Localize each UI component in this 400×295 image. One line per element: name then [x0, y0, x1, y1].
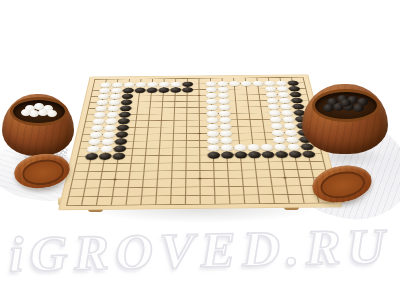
- go-stone-white: [110, 88, 122, 93]
- go-stone-white: [233, 144, 246, 151]
- go-stone-white: [280, 110, 293, 116]
- go-stone-black: [220, 151, 233, 158]
- go-stone-black: [122, 88, 134, 93]
- go-stone-black: [289, 92, 301, 98]
- go-stone-white: [282, 116, 295, 122]
- go-stone-white: [86, 145, 100, 152]
- go-stone-white: [206, 104, 218, 110]
- go-stone-white: [264, 86, 276, 91]
- go-stone-black: [261, 151, 274, 158]
- go-stone-white: [220, 137, 233, 144]
- go-stone-black: [288, 151, 302, 158]
- go-stone-white: [99, 82, 111, 87]
- white-stone-in-bowl: [47, 110, 57, 117]
- go-stone-black: [120, 99, 132, 105]
- go-stone-white: [87, 138, 100, 145]
- go-stone-black: [182, 87, 193, 92]
- go-stone-white: [158, 82, 169, 87]
- go-stone-black: [112, 152, 126, 159]
- go-stone-white: [217, 92, 228, 98]
- go-stone-white: [220, 144, 233, 151]
- go-stone-white: [219, 117, 231, 123]
- go-stone-white: [106, 112, 119, 118]
- go-stone-white: [218, 98, 230, 104]
- go-stone-white: [123, 82, 135, 87]
- hoshi-point: [198, 95, 201, 96]
- go-stone-white: [97, 94, 109, 100]
- go-stone-white: [206, 111, 218, 117]
- go-stone-black: [288, 86, 300, 91]
- go-stone-white: [286, 143, 300, 150]
- go-stone-white: [217, 87, 228, 92]
- black-stone-in-bowl: [340, 99, 351, 107]
- go-stone-black: [134, 87, 146, 92]
- go-stone-white: [108, 99, 120, 105]
- go-stone-white: [270, 123, 283, 129]
- go-stone-black: [287, 80, 299, 85]
- go-stone-white: [96, 99, 108, 105]
- go-stone-white: [268, 110, 280, 116]
- go-stone-white: [101, 138, 114, 145]
- go-stone-black: [207, 151, 220, 158]
- black-stone-bowl-opening: [312, 89, 380, 122]
- go-stone-black: [158, 87, 169, 92]
- go-stone-white: [219, 123, 231, 129]
- black-stone-bowl: [302, 84, 388, 154]
- go-stone-white: [229, 81, 240, 86]
- go-stone-white: [283, 123, 296, 129]
- go-stone-white: [271, 129, 284, 135]
- go-stone-black: [119, 105, 131, 111]
- go-stone-black: [182, 81, 193, 86]
- go-stone-black: [290, 97, 302, 103]
- go-stone-black: [146, 87, 157, 92]
- go-stone-white: [269, 116, 282, 122]
- go-stone-white: [219, 130, 231, 136]
- go-stone-white: [218, 104, 230, 110]
- white-stone-bowl: [2, 94, 74, 156]
- go-stone-white: [267, 104, 279, 110]
- go-stone-white: [247, 144, 260, 151]
- go-stone-white: [206, 98, 217, 104]
- go-stone-white: [284, 129, 297, 135]
- hoshi-point: [198, 178, 201, 180]
- go-stone-white: [278, 98, 290, 104]
- hoshi-point: [113, 178, 117, 180]
- go-stone-white: [252, 81, 264, 86]
- go-stone-white: [206, 117, 218, 123]
- white-stone-bowl-opening: [10, 97, 68, 126]
- go-stone-white: [135, 82, 146, 87]
- go-stone-white: [206, 123, 218, 129]
- go-stone-white: [207, 144, 220, 151]
- go-stone-white: [277, 92, 289, 98]
- go-stone-white: [273, 143, 286, 150]
- go-stone-black: [301, 150, 315, 157]
- go-stone-black: [113, 145, 126, 152]
- hoshi-point: [198, 133, 201, 135]
- hoshi-point: [283, 177, 287, 179]
- go-stone-white: [99, 145, 112, 152]
- go-stone-white: [109, 93, 121, 99]
- go-stone-white: [104, 118, 117, 124]
- go-stone-white: [276, 86, 288, 91]
- go-stone-white: [90, 125, 103, 131]
- go-stone-black: [247, 151, 260, 158]
- go-stone-white: [218, 110, 230, 116]
- go-stone-white: [260, 144, 273, 151]
- go-stone-white: [93, 112, 106, 118]
- go-stone-black: [114, 138, 127, 145]
- go-stone-black: [117, 118, 130, 124]
- go-stone-white: [205, 92, 216, 98]
- go-stone-black: [274, 151, 288, 158]
- go-stone-white: [272, 136, 285, 143]
- go-stone-white: [102, 131, 115, 137]
- go-stone-black: [292, 103, 305, 109]
- go-stone-white: [265, 92, 277, 98]
- go-stone-white: [266, 98, 278, 104]
- go-stone-white: [263, 81, 275, 86]
- scene: iGROVED.RU: [0, 0, 400, 295]
- go-stone-white: [107, 105, 119, 111]
- go-stone-white: [98, 88, 110, 93]
- go-stone-white: [285, 136, 298, 143]
- go-stone-white: [240, 81, 251, 86]
- go-stone-white: [146, 82, 157, 87]
- go-stone-black: [170, 87, 181, 92]
- go-stone-black: [115, 131, 128, 137]
- go-stone-black: [118, 111, 130, 117]
- go-stone-black: [98, 153, 112, 160]
- go-stone-white: [170, 81, 181, 86]
- go-stone-white: [279, 104, 291, 110]
- go-stone-white: [207, 137, 219, 144]
- go-stone-white: [103, 125, 116, 131]
- go-stone-black: [84, 153, 98, 160]
- go-stone-white: [217, 81, 228, 86]
- board-grid: [66, 77, 334, 206]
- go-stone-black: [234, 151, 247, 158]
- go-stone-white: [205, 81, 216, 86]
- go-stone-white: [92, 118, 105, 124]
- go-stone-white: [89, 131, 102, 137]
- go-stone-black: [121, 93, 133, 99]
- go-board: [58, 74, 342, 210]
- black-stone-in-bowl: [353, 104, 364, 112]
- go-stone-white: [111, 82, 123, 87]
- go-stone-white: [206, 130, 218, 136]
- bowl-lid-left-ring: [21, 157, 66, 187]
- go-stone-white: [94, 106, 107, 112]
- go-stone-white: [205, 87, 216, 92]
- watermark-text: iGROVED.RU: [0, 219, 400, 281]
- go-stone-white: [275, 80, 287, 85]
- go-stone-black: [116, 124, 129, 130]
